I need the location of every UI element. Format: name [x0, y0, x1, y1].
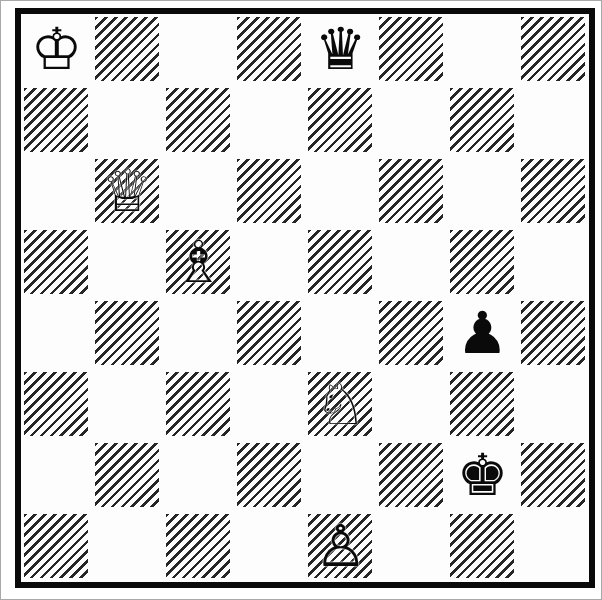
square-h4	[518, 298, 589, 369]
square-h1	[518, 511, 589, 582]
square-e5	[305, 227, 376, 298]
square-b2	[92, 440, 163, 511]
piece-black-queen-e8: ♛	[315, 14, 367, 85]
square-h6	[518, 156, 589, 227]
square-c6	[163, 156, 234, 227]
square-h5	[518, 227, 589, 298]
square-d8	[234, 14, 305, 85]
square-c3	[163, 369, 234, 440]
square-g3	[447, 369, 518, 440]
piece-white-king-a8: ♔	[31, 14, 83, 85]
square-a7	[21, 85, 92, 156]
piece-white-bishop-c5: ♗	[173, 227, 225, 298]
square-e6	[305, 156, 376, 227]
square-f2	[376, 440, 447, 511]
square-a5	[21, 227, 92, 298]
square-a6	[21, 156, 92, 227]
square-b4	[92, 298, 163, 369]
square-e1: ♙	[305, 511, 376, 582]
square-e3: ♘	[305, 369, 376, 440]
square-f7	[376, 85, 447, 156]
square-e2	[305, 440, 376, 511]
square-d4	[234, 298, 305, 369]
square-g8	[447, 14, 518, 85]
square-d2	[234, 440, 305, 511]
square-b8	[92, 14, 163, 85]
square-d6	[234, 156, 305, 227]
square-h3	[518, 369, 589, 440]
square-a1	[21, 511, 92, 582]
square-g7	[447, 85, 518, 156]
square-b3	[92, 369, 163, 440]
square-g6	[447, 156, 518, 227]
square-e8: ♛	[305, 14, 376, 85]
square-a4	[21, 298, 92, 369]
square-d1	[234, 511, 305, 582]
square-f4	[376, 298, 447, 369]
square-c4	[163, 298, 234, 369]
square-e4	[305, 298, 376, 369]
square-b1	[92, 511, 163, 582]
square-h8	[518, 14, 589, 85]
square-b6: ♕	[92, 156, 163, 227]
square-g4: ♟	[447, 298, 518, 369]
square-g2: ♚	[447, 440, 518, 511]
board-frame: ♔♛♕♗♟♘♚♙	[15, 8, 595, 588]
square-c2	[163, 440, 234, 511]
square-e7	[305, 85, 376, 156]
piece-white-queen-b6: ♕	[102, 156, 154, 227]
square-a2	[21, 440, 92, 511]
square-f6	[376, 156, 447, 227]
square-d3	[234, 369, 305, 440]
piece-black-pawn-g4: ♟	[457, 298, 509, 369]
square-c8	[163, 14, 234, 85]
square-c5: ♗	[163, 227, 234, 298]
square-d7	[234, 85, 305, 156]
square-f8	[376, 14, 447, 85]
square-f5	[376, 227, 447, 298]
square-b7	[92, 85, 163, 156]
square-h2	[518, 440, 589, 511]
piece-black-king-g2: ♚	[457, 440, 509, 511]
square-g5	[447, 227, 518, 298]
chess-diagram-page: ♔♛♕♗♟♘♚♙	[0, 0, 602, 600]
piece-white-knight-e3: ♘	[315, 369, 367, 440]
square-h7	[518, 85, 589, 156]
square-f1	[376, 511, 447, 582]
square-c7	[163, 85, 234, 156]
square-d5	[234, 227, 305, 298]
piece-white-pawn-e1: ♙	[315, 511, 367, 582]
square-b5	[92, 227, 163, 298]
chess-board: ♔♛♕♗♟♘♚♙	[21, 14, 589, 582]
square-c1	[163, 511, 234, 582]
square-a3	[21, 369, 92, 440]
square-g1	[447, 511, 518, 582]
square-f3	[376, 369, 447, 440]
square-a8: ♔	[21, 14, 92, 85]
